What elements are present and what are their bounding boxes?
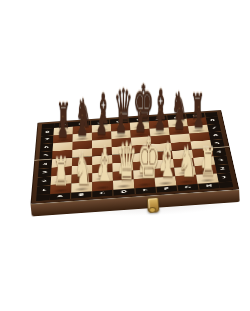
square-b1[interactable]: ♞ [71, 182, 92, 192]
square-e1[interactable]: ♚ [134, 178, 156, 188]
white-queen-d1[interactable]: ♛ [116, 137, 131, 188]
square-a1[interactable]: ♜ [50, 184, 71, 194]
perspective-scene: ABCDEFGH ABCDEFGH 87654321 87654321 ♜♞♝♛… [0, 0, 250, 311]
black-pawn-g7[interactable]: ♟ [172, 106, 186, 133]
frame-corner [36, 194, 50, 201]
black-pawn-b7[interactable]: ♟ [75, 113, 89, 140]
chess-board: ABCDEFGH ABCDEFGH 87654321 87654321 ♜♞♝♛… [31, 110, 240, 204]
square-c1[interactable]: ♝ [92, 181, 113, 191]
black-pawn-c7[interactable]: ♟ [95, 112, 109, 139]
black-pawn-a7[interactable]: ♟ [56, 114, 70, 141]
square-d1[interactable]: ♛ [113, 179, 134, 189]
white-knight-g1[interactable]: ♞ [179, 141, 194, 183]
white-rook-a1[interactable]: ♜ [53, 154, 68, 192]
black-pawn-h7[interactable]: ♟ [192, 105, 206, 132]
square-h1[interactable]: ♜ [196, 173, 219, 183]
product-photo-chess-set: ABCDEFGH ABCDEFGH 87654321 87654321 ♜♞♝♛… [0, 0, 250, 311]
white-bishop-f1[interactable]: ♝ [158, 139, 173, 185]
white-king-e1[interactable]: ♚ [137, 131, 152, 186]
white-knight-b1[interactable]: ♞ [74, 148, 89, 190]
white-bishop-c1[interactable]: ♝ [95, 143, 110, 189]
frame-corner [219, 181, 234, 188]
brass-clasp [146, 197, 159, 213]
square-g1[interactable]: ♞ [175, 175, 197, 185]
square-f1[interactable]: ♝ [155, 176, 177, 186]
board-grid: ♜♞♝♛♚♝♞♜♟♟♟♟♟♟♟♟♟♟♟♟♟♟♟♟♜♞♝♛♚♝♞♜ [50, 117, 218, 194]
white-rook-h1[interactable]: ♜ [200, 144, 215, 182]
square-h7[interactable]: ♟ [188, 125, 209, 134]
